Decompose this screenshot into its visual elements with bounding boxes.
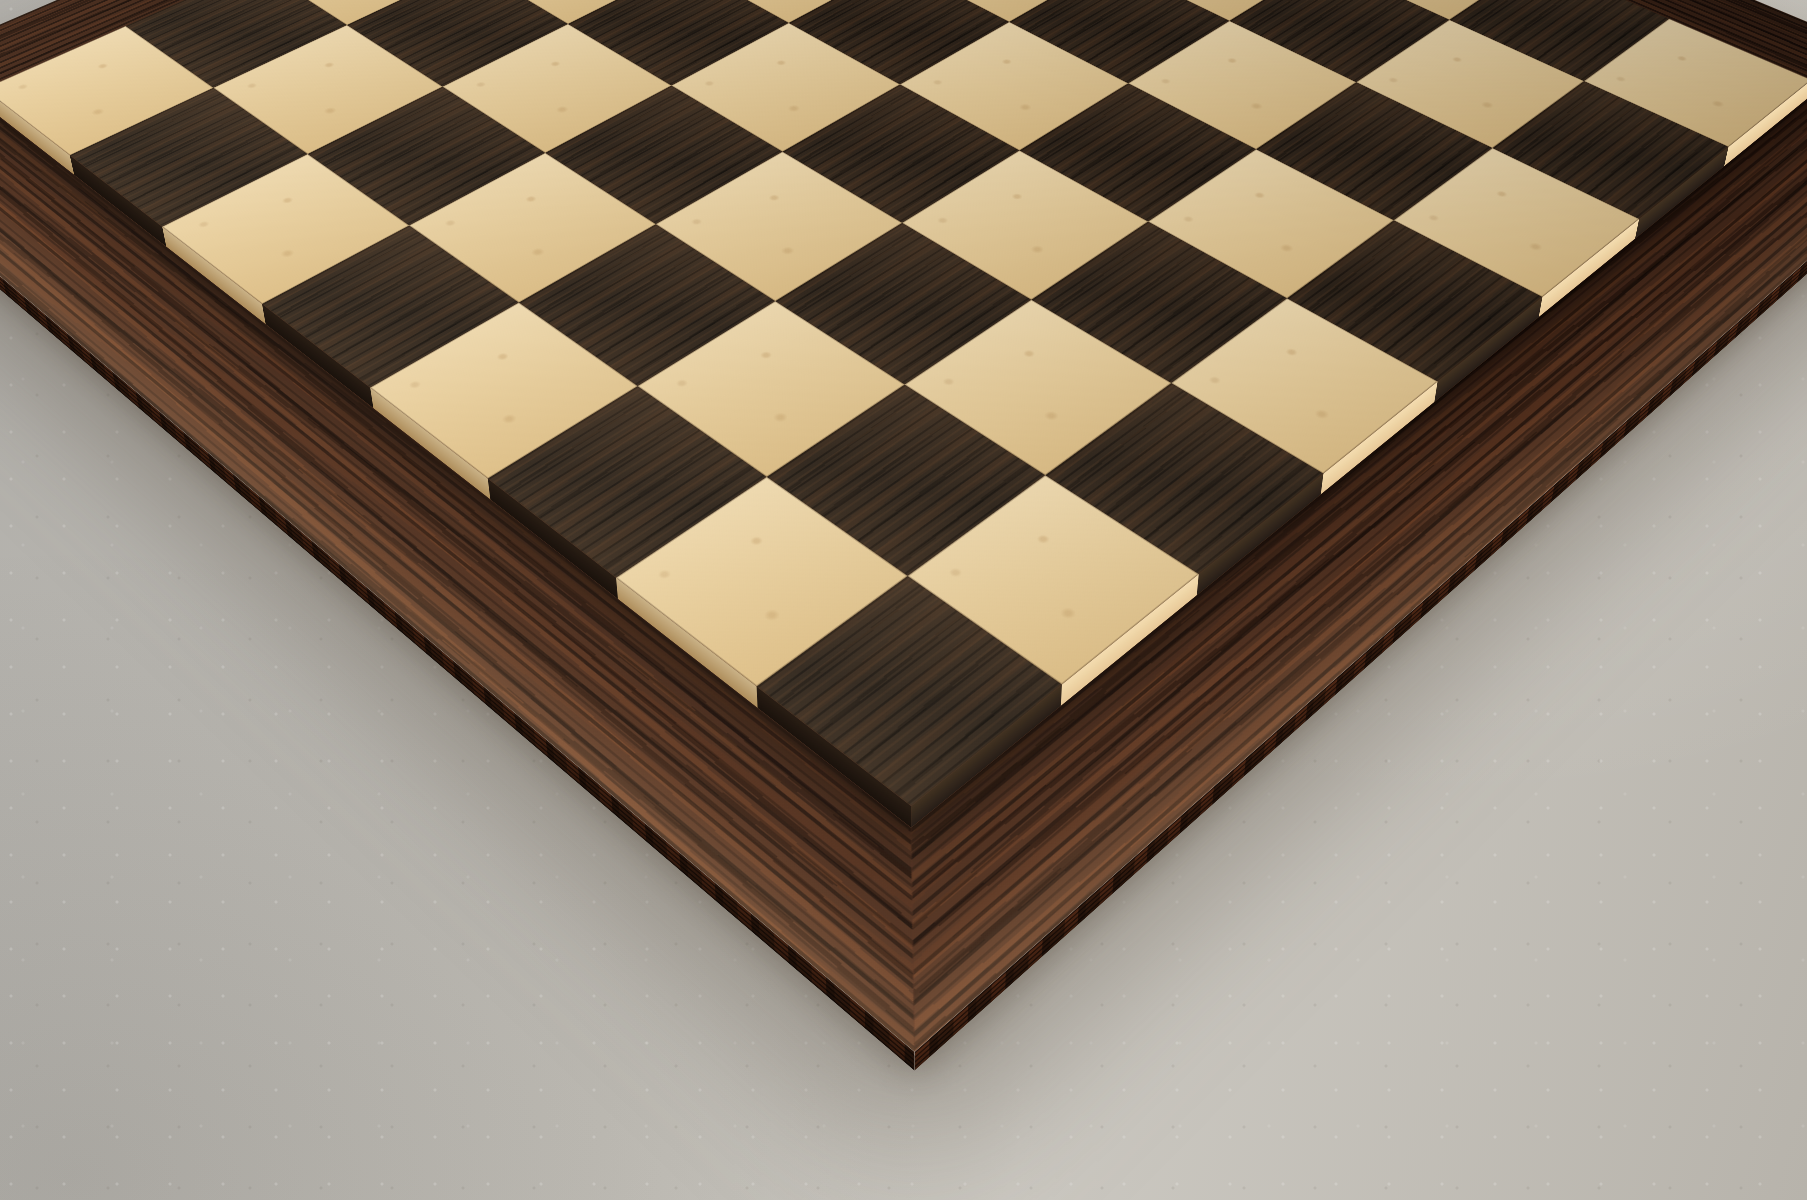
- scene-3d: [0, 0, 1807, 1200]
- board-photo: [0, 0, 1807, 1200]
- chess-board: [0, 0, 1807, 1071]
